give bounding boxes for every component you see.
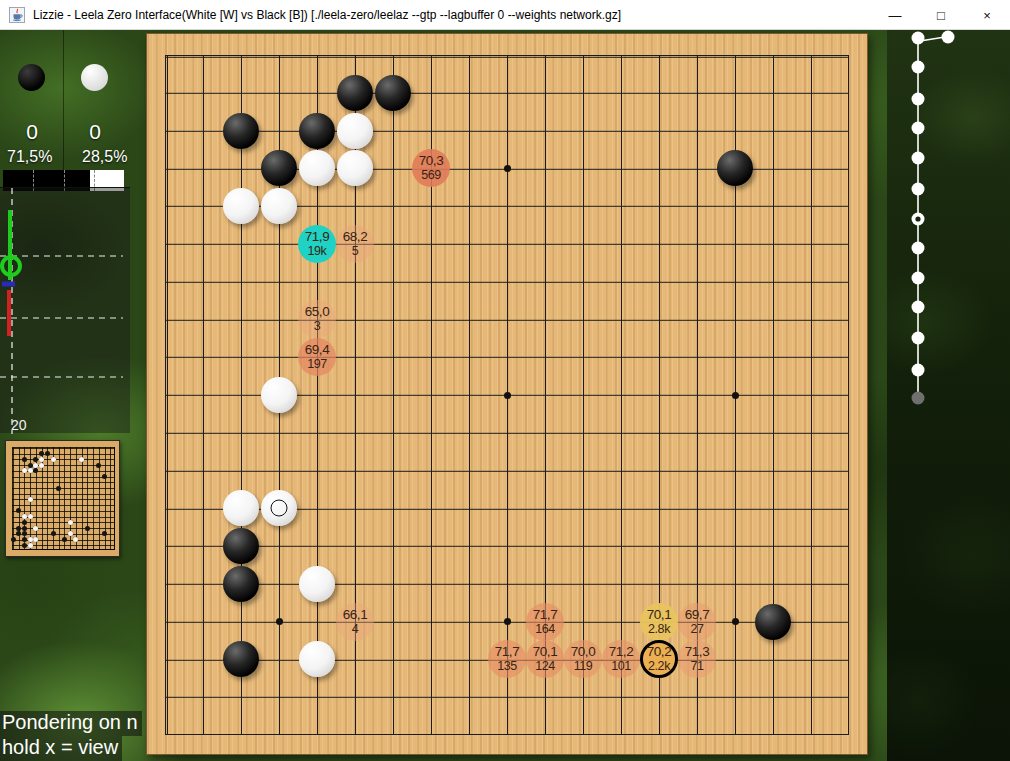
candidate-winrate: 69,4 (305, 343, 330, 357)
candidate-winrate: 66,1 (343, 608, 368, 622)
candidate-winrate: 71,2 (609, 645, 634, 659)
black-stone (223, 566, 259, 602)
thumb-white-stone (73, 537, 78, 542)
candidate-winrate: 65,0 (305, 305, 330, 319)
variation-node-filled (912, 272, 925, 285)
java-icon (9, 7, 25, 23)
thumb-white-stone (51, 457, 56, 462)
candidate-visits: 2.2k (648, 659, 670, 673)
close-button[interactable]: × (964, 0, 1010, 30)
variation-node-filled (912, 122, 925, 135)
white-stone (299, 566, 335, 602)
variation-node-filled (912, 332, 925, 345)
black-stone (375, 75, 411, 111)
thumbnail-grid (12, 447, 115, 550)
thumb-black-stone (16, 531, 21, 536)
candidate-winrate: 70,1 (647, 608, 672, 622)
variation-current-node-dot (915, 216, 920, 221)
candidate-winrate: 70,0 (571, 645, 596, 659)
candidate-winrate: 70,1 (533, 645, 558, 659)
thumb-white-stone (28, 514, 33, 519)
black-stone (337, 75, 373, 111)
thumb-white-stone (28, 537, 33, 542)
candidate-winrate: 69,7 (685, 608, 710, 622)
status-pondering: Pondering on n (0, 711, 142, 736)
variation-node-filled (912, 301, 925, 314)
thumb-white-stone (79, 457, 84, 462)
graph-move-number-label: 20 (11, 417, 27, 433)
thumb-black-stone (16, 508, 21, 513)
candidate-visits: 5 (352, 244, 359, 258)
candidate-winrate: 70,3 (419, 154, 444, 168)
candidate-move[interactable]: 71,7164 (526, 603, 564, 641)
window-title: Lizzie - Leela Zero Interface(White [W] … (33, 8, 621, 22)
thumb-white-stone (22, 514, 27, 519)
candidate-move[interactable]: 69,4197 (298, 338, 336, 376)
candidate-visits: 2.8k (648, 622, 670, 636)
candidate-move[interactable]: 68,25 (336, 225, 374, 263)
star-point (504, 165, 511, 172)
variation-branch-node (942, 31, 955, 44)
candidate-move[interactable]: 70,12.8k (640, 603, 678, 641)
variation-panel (887, 30, 1010, 761)
candidate-visits: 27 (690, 622, 703, 636)
variation-tree (887, 30, 1010, 761)
thumb-black-stone (16, 526, 21, 531)
candidate-move[interactable]: 71,919k (298, 225, 336, 263)
thumb-white-stone (68, 520, 73, 525)
winrate-graph[interactable]: 20 (0, 187, 130, 433)
thumb-white-stone (39, 457, 44, 462)
thumbnail-board (5, 440, 120, 557)
thumb-black-stone (96, 463, 101, 468)
star-point (504, 618, 511, 625)
star-point (732, 392, 739, 399)
black-stone (223, 528, 259, 564)
candidate-visits: 19k (308, 244, 327, 258)
thumb-black-stone (11, 537, 16, 542)
variation-node-end (912, 392, 925, 405)
winrate-graph-canvas (0, 188, 130, 434)
thumb-white-stone (28, 497, 33, 502)
candidate-visits: 124 (535, 659, 555, 673)
candidate-visits: 135 (497, 659, 517, 673)
black-stone (299, 113, 335, 149)
white-capture-stone-icon (81, 64, 108, 91)
variation-node-filled (912, 242, 925, 255)
thumb-white-stone (68, 531, 73, 536)
variation-node-filled (912, 32, 925, 45)
thumb-black-stone (39, 451, 44, 456)
capture-divider (63, 30, 64, 176)
thumb-black-stone (22, 543, 27, 548)
title-bar: Lizzie - Leela Zero Interface(White [W] … (0, 0, 1010, 30)
star-point (732, 618, 739, 625)
white-stone (223, 188, 259, 224)
candidate-move[interactable]: 69,727 (678, 603, 716, 641)
candidate-winrate: 71,7 (495, 645, 520, 659)
white-stone (261, 188, 297, 224)
minimize-button[interactable]: — (872, 0, 918, 30)
thumb-black-stone (45, 451, 50, 456)
thumb-white-stone (39, 463, 44, 468)
black-stone (755, 604, 791, 640)
black-stone (223, 113, 259, 149)
thumb-black-stone (62, 537, 67, 542)
candidate-visits: 164 (535, 622, 555, 636)
last-move-marker (271, 500, 288, 517)
candidate-winrate: 68,2 (343, 230, 368, 244)
thumb-black-stone (33, 468, 38, 473)
thumb-black-stone (102, 531, 107, 536)
thumb-white-stone (28, 543, 33, 548)
candidate-visits: 569 (421, 168, 441, 182)
thumb-black-stone (56, 486, 61, 491)
candidate-winrate: 70,2 (647, 645, 672, 659)
white-stone (261, 377, 297, 413)
status-hint: hold x = view (0, 736, 122, 761)
star-point (276, 618, 283, 625)
thumb-white-stone (33, 463, 38, 468)
candidate-winrate: 71,7 (533, 608, 558, 622)
variation-node-filled (912, 61, 925, 74)
main-content: 0 0 71,5% 28,5% 20 Pondering on n hold x… (0, 30, 1010, 761)
thumb-black-stone (22, 457, 27, 462)
black-winrate-label: 71,5% (7, 148, 52, 166)
thumb-black-stone (85, 526, 90, 531)
thumb-black-stone (22, 526, 27, 531)
candidate-visits: 119 (574, 659, 593, 673)
variation-node-filled (912, 152, 925, 165)
candidate-visits: 101 (611, 659, 631, 673)
lizzie-window: Lizzie - Leela Zero Interface(White [W] … (0, 0, 1010, 761)
goban[interactable]: 71,919k68,2570,356965,0369,419766,1471,7… (146, 33, 868, 755)
thumb-white-stone (33, 526, 38, 531)
thumb-black-stone (22, 531, 27, 536)
candidate-visits: 71 (690, 659, 703, 673)
candidate-winrate: 71,9 (305, 230, 330, 244)
black-capture-count: 0 (2, 120, 62, 144)
thumb-black-stone (33, 457, 38, 462)
thumb-black-stone (51, 531, 56, 536)
white-stone (337, 113, 373, 149)
thumb-white-stone (33, 537, 38, 542)
white-winrate-label: 28,5% (82, 148, 125, 166)
maximize-button[interactable]: □ (918, 0, 964, 30)
candidate-winrate: 71,3 (685, 645, 710, 659)
thumb-white-stone (22, 468, 27, 473)
candidate-visits: 197 (307, 357, 327, 371)
thumb-black-stone (22, 537, 27, 542)
candidate-move[interactable]: 66,14 (336, 603, 374, 641)
thumb-black-stone (22, 520, 27, 525)
variation-node-filled (912, 183, 925, 196)
black-capture-stone-icon (18, 64, 45, 91)
thumb-white-stone (28, 468, 33, 473)
candidate-visits: 4 (352, 622, 359, 636)
white-capture-count: 0 (65, 120, 125, 144)
variation-node-filled (912, 93, 925, 106)
star-point (504, 392, 511, 399)
variation-node-filled (912, 364, 925, 377)
thumb-black-stone (28, 463, 33, 468)
candidate-visits: 3 (314, 319, 321, 333)
thumb-black-stone (102, 474, 107, 479)
